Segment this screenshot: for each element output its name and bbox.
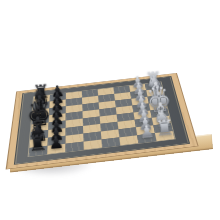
board-square	[101, 129, 119, 139]
board-square: ♟	[48, 136, 66, 146]
product-photo: ♜♟♟♜♞♟♟♞♝♟♟♝♛♟♟♛♚♟♟♚♝♟♟♝♞♟♟♞♜♟♟♜	[0, 0, 220, 220]
board-square	[100, 122, 118, 132]
board-square	[116, 105, 134, 114]
scene-tilt: ♜♟♟♜♞♟♟♞♝♟♟♝♛♟♟♛♚♟♟♚♝♟♟♝♞♟♟♞♜♟♟♜	[0, 0, 220, 220]
board-square	[65, 142, 83, 152]
scene: ♜♟♟♜♞♟♟♞♝♟♟♝♛♟♟♛♚♟♟♚♝♟♟♝♞♟♟♞♜♟♟♜	[0, 0, 220, 220]
board-square: ♟	[49, 106, 66, 115]
chess-piece-black-rook: ♜	[31, 82, 50, 102]
board-square	[84, 139, 103, 149]
board-grid: ♜♟♟♜♞♟♟♞♝♟♟♝♛♟♟♛♚♟♟♚♝♟♟♝♞♟♟♞♜♟♟♜	[29, 82, 175, 156]
board-border-strip: ♜♟♟♜♞♟♟♞♝♟♟♝♛♟♟♛♚♟♟♚♝♟♟♝♞♟♟♞♜♟♟♜	[14, 76, 190, 165]
board-square	[99, 101, 116, 110]
board-square: ♜	[155, 131, 175, 141]
chess-piece-white-pawn: ♟	[130, 75, 145, 91]
board-square: ♞	[153, 123, 172, 133]
chess-piece-black-pawn: ♟	[50, 84, 65, 100]
board-square	[100, 114, 118, 123]
board-square	[101, 137, 120, 147]
board-square: ♜	[29, 146, 48, 157]
chess-piece-white-rook: ♜	[144, 69, 163, 89]
board-square: ♟	[137, 133, 156, 143]
board-square	[119, 135, 138, 145]
board-square: ♟	[47, 144, 65, 155]
chess-board: ♜♟♟♜♞♟♟♞♝♟♟♝♛♟♟♛♚♟♟♚♝♟♟♝♞♟♟♞♜♟♟♜	[6, 73, 199, 170]
board-square	[66, 134, 84, 144]
